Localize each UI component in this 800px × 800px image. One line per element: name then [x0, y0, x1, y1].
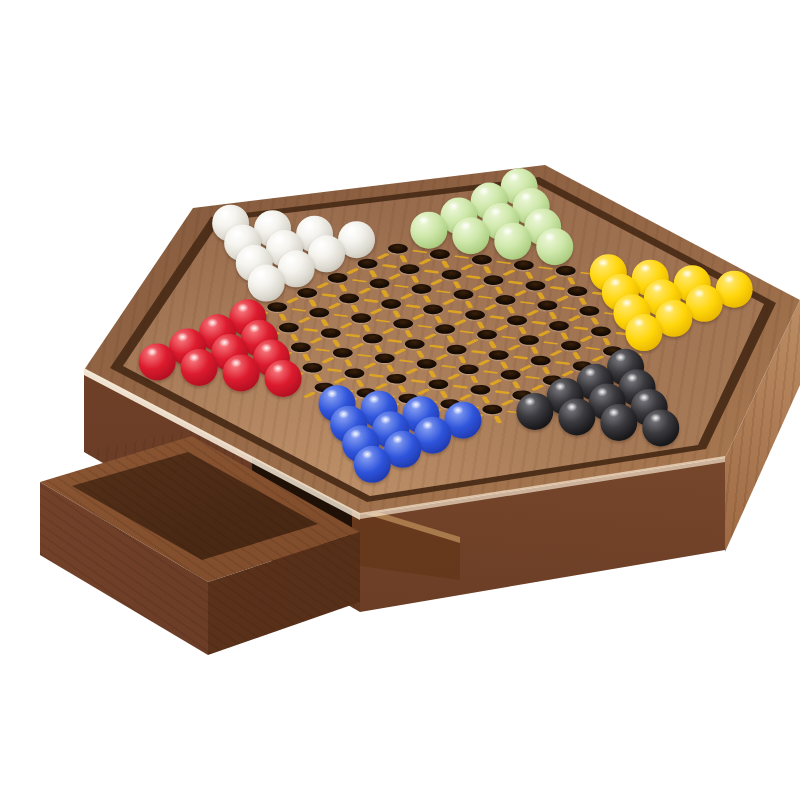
hole[interactable] — [355, 258, 379, 270]
hole[interactable] — [481, 274, 505, 286]
hole[interactable] — [517, 334, 541, 346]
hole[interactable] — [577, 305, 601, 317]
hole[interactable] — [386, 243, 410, 255]
marble-red[interactable]: ● — [264, 360, 301, 397]
hole[interactable] — [361, 332, 385, 344]
hole[interactable] — [379, 298, 403, 310]
hole[interactable] — [307, 307, 331, 319]
hole[interactable] — [487, 349, 511, 361]
hole[interactable] — [559, 340, 583, 352]
hole[interactable] — [535, 300, 559, 312]
hole[interactable] — [498, 369, 522, 381]
hole[interactable] — [512, 259, 536, 271]
hole[interactable] — [451, 289, 475, 301]
marble-black[interactable]: ● — [516, 393, 553, 430]
hole[interactable] — [475, 329, 499, 341]
marble-blue[interactable]: ● — [353, 446, 390, 483]
hole[interactable] — [319, 327, 343, 339]
hole[interactable] — [529, 354, 553, 366]
hole[interactable] — [554, 265, 578, 277]
hole[interactable] — [337, 292, 361, 304]
hole[interactable] — [409, 283, 433, 295]
hole[interactable] — [391, 318, 415, 330]
hole[interactable] — [505, 314, 529, 326]
marble-red[interactable]: ● — [180, 349, 217, 386]
hole[interactable] — [331, 347, 355, 359]
hole[interactable] — [367, 278, 391, 290]
board-cell: ● — [346, 457, 397, 480]
hole[interactable] — [403, 338, 427, 350]
marble-black[interactable]: ● — [558, 398, 595, 435]
hole[interactable] — [397, 263, 421, 275]
hole[interactable] — [523, 280, 547, 292]
marble-black[interactable]: ● — [642, 409, 679, 446]
marble-red[interactable]: ● — [222, 354, 259, 391]
hole[interactable] — [456, 364, 480, 376]
hole[interactable] — [415, 358, 439, 370]
hole[interactable] — [565, 285, 589, 297]
hole[interactable] — [421, 303, 445, 315]
hole[interactable] — [470, 254, 494, 266]
hole[interactable] — [349, 312, 373, 324]
scene: ●●●●●●●●●●●●●●●●●●●●●●●●●●●●●●●●●●●●●●●●… — [0, 0, 800, 800]
hole[interactable] — [493, 294, 517, 306]
hole[interactable] — [428, 248, 452, 260]
hole[interactable] — [325, 272, 349, 284]
hole[interactable] — [373, 353, 397, 365]
hole[interactable] — [295, 287, 319, 299]
hole[interactable] — [439, 269, 463, 281]
hole[interactable] — [433, 323, 457, 335]
hole[interactable] — [445, 343, 469, 355]
marble-red[interactable]: ● — [138, 343, 175, 380]
hole[interactable] — [463, 309, 487, 321]
marble-black[interactable]: ● — [600, 404, 637, 441]
board-cell: ● — [634, 420, 685, 443]
lattice-dash — [303, 392, 317, 399]
hole[interactable] — [547, 320, 571, 332]
hole[interactable] — [589, 325, 613, 337]
